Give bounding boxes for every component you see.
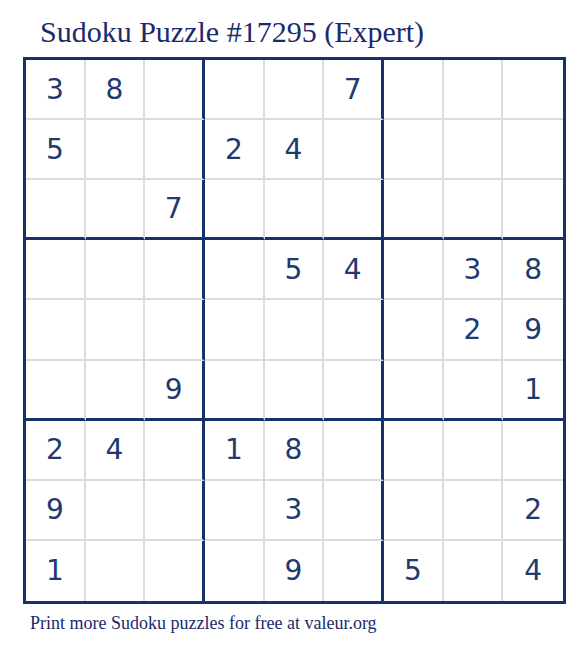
cell-r8c9: 2 <box>503 481 563 541</box>
cell-r8c3 <box>145 481 205 541</box>
cell-r3c4 <box>205 180 265 240</box>
cell-r3c3: 7 <box>145 180 205 240</box>
cell-r3c6 <box>324 180 384 240</box>
cell-r5c9: 9 <box>503 300 563 360</box>
sudoku-page: Sudoku Puzzle #17295 (Expert) 3875247543… <box>0 0 580 651</box>
cell-r6c8 <box>444 361 504 421</box>
cell-r7c5: 8 <box>265 421 325 481</box>
cell-r1c9 <box>503 60 563 120</box>
cell-r2c6 <box>324 120 384 180</box>
cell-r8c5: 3 <box>265 481 325 541</box>
cell-r1c6: 7 <box>324 60 384 120</box>
cell-r3c7 <box>384 180 444 240</box>
cell-r9c1: 1 <box>26 541 86 601</box>
cell-r7c2: 4 <box>86 421 146 481</box>
cell-r5c2 <box>86 300 146 360</box>
cell-r4c5: 5 <box>265 240 325 300</box>
cell-r7c9 <box>503 421 563 481</box>
cell-r3c5 <box>265 180 325 240</box>
footer-text: Print more Sudoku puzzles for free at va… <box>30 613 377 634</box>
cell-r7c1: 2 <box>26 421 86 481</box>
cell-r6c2 <box>86 361 146 421</box>
cell-r9c9: 4 <box>503 541 563 601</box>
cell-r1c3 <box>145 60 205 120</box>
cell-r5c1 <box>26 300 86 360</box>
cell-r6c9: 1 <box>503 361 563 421</box>
cell-r5c5 <box>265 300 325 360</box>
cell-r8c2 <box>86 481 146 541</box>
cell-r9c6 <box>324 541 384 601</box>
cell-r9c3 <box>145 541 205 601</box>
cell-r6c3: 9 <box>145 361 205 421</box>
cell-r5c3 <box>145 300 205 360</box>
cell-r2c2 <box>86 120 146 180</box>
cell-r9c5: 9 <box>265 541 325 601</box>
cell-r1c7 <box>384 60 444 120</box>
cell-r1c5 <box>265 60 325 120</box>
cell-r4c1 <box>26 240 86 300</box>
cell-r4c2 <box>86 240 146 300</box>
cell-r9c8 <box>444 541 504 601</box>
cell-r4c9: 8 <box>503 240 563 300</box>
cell-r9c7: 5 <box>384 541 444 601</box>
cell-r6c1 <box>26 361 86 421</box>
cell-r6c6 <box>324 361 384 421</box>
cell-r7c6 <box>324 421 384 481</box>
cell-r6c7 <box>384 361 444 421</box>
cell-r3c9 <box>503 180 563 240</box>
sudoku-grid: 38752475438299124189321954 <box>23 57 566 604</box>
cell-r3c2 <box>86 180 146 240</box>
cell-r7c3 <box>145 421 205 481</box>
cell-r8c6 <box>324 481 384 541</box>
cell-r4c6: 4 <box>324 240 384 300</box>
cell-r9c2 <box>86 541 146 601</box>
cell-r9c4 <box>205 541 265 601</box>
page-title: Sudoku Puzzle #17295 (Expert) <box>40 15 424 49</box>
cell-r5c7 <box>384 300 444 360</box>
cell-r1c4 <box>205 60 265 120</box>
cell-r5c4 <box>205 300 265 360</box>
cell-r1c1: 3 <box>26 60 86 120</box>
cell-r1c2: 8 <box>86 60 146 120</box>
cell-r2c8 <box>444 120 504 180</box>
cell-r2c1: 5 <box>26 120 86 180</box>
cell-r8c4 <box>205 481 265 541</box>
cell-r4c8: 3 <box>444 240 504 300</box>
cell-r5c6 <box>324 300 384 360</box>
cell-r5c8: 2 <box>444 300 504 360</box>
cell-r4c7 <box>384 240 444 300</box>
cell-r6c4 <box>205 361 265 421</box>
cell-r7c8 <box>444 421 504 481</box>
cell-r2c4: 2 <box>205 120 265 180</box>
cell-r7c7 <box>384 421 444 481</box>
cell-r4c4 <box>205 240 265 300</box>
cell-r3c1 <box>26 180 86 240</box>
cell-r3c8 <box>444 180 504 240</box>
cell-r6c5 <box>265 361 325 421</box>
cell-r2c9 <box>503 120 563 180</box>
cell-r2c5: 4 <box>265 120 325 180</box>
cell-r8c8 <box>444 481 504 541</box>
cell-r2c7 <box>384 120 444 180</box>
cell-r2c3 <box>145 120 205 180</box>
cell-r1c8 <box>444 60 504 120</box>
cell-r8c1: 9 <box>26 481 86 541</box>
cell-r8c7 <box>384 481 444 541</box>
cell-r4c3 <box>145 240 205 300</box>
cell-r7c4: 1 <box>205 421 265 481</box>
